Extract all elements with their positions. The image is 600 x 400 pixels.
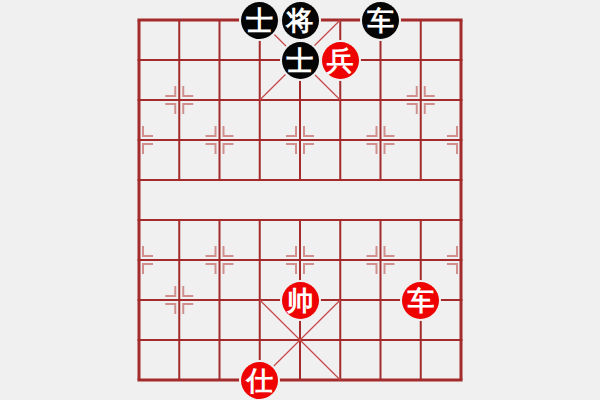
xiangqi-board: 士将车士兵帅车仕 xyxy=(0,0,600,400)
piece-red-chariot[interactable]: 车 xyxy=(402,282,439,319)
piece-black-chariot[interactable]: 车 xyxy=(362,2,399,39)
pieces-layer: 士将车士兵帅车仕 xyxy=(119,0,481,400)
piece-red-soldier[interactable]: 兵 xyxy=(322,42,359,79)
piece-black-advisor[interactable]: 士 xyxy=(241,2,278,39)
piece-black-advisor[interactable]: 士 xyxy=(282,42,319,79)
piece-red-general[interactable]: 帅 xyxy=(282,282,319,319)
piece-black-general[interactable]: 将 xyxy=(282,2,319,39)
piece-red-advisor[interactable]: 仕 xyxy=(241,362,278,399)
